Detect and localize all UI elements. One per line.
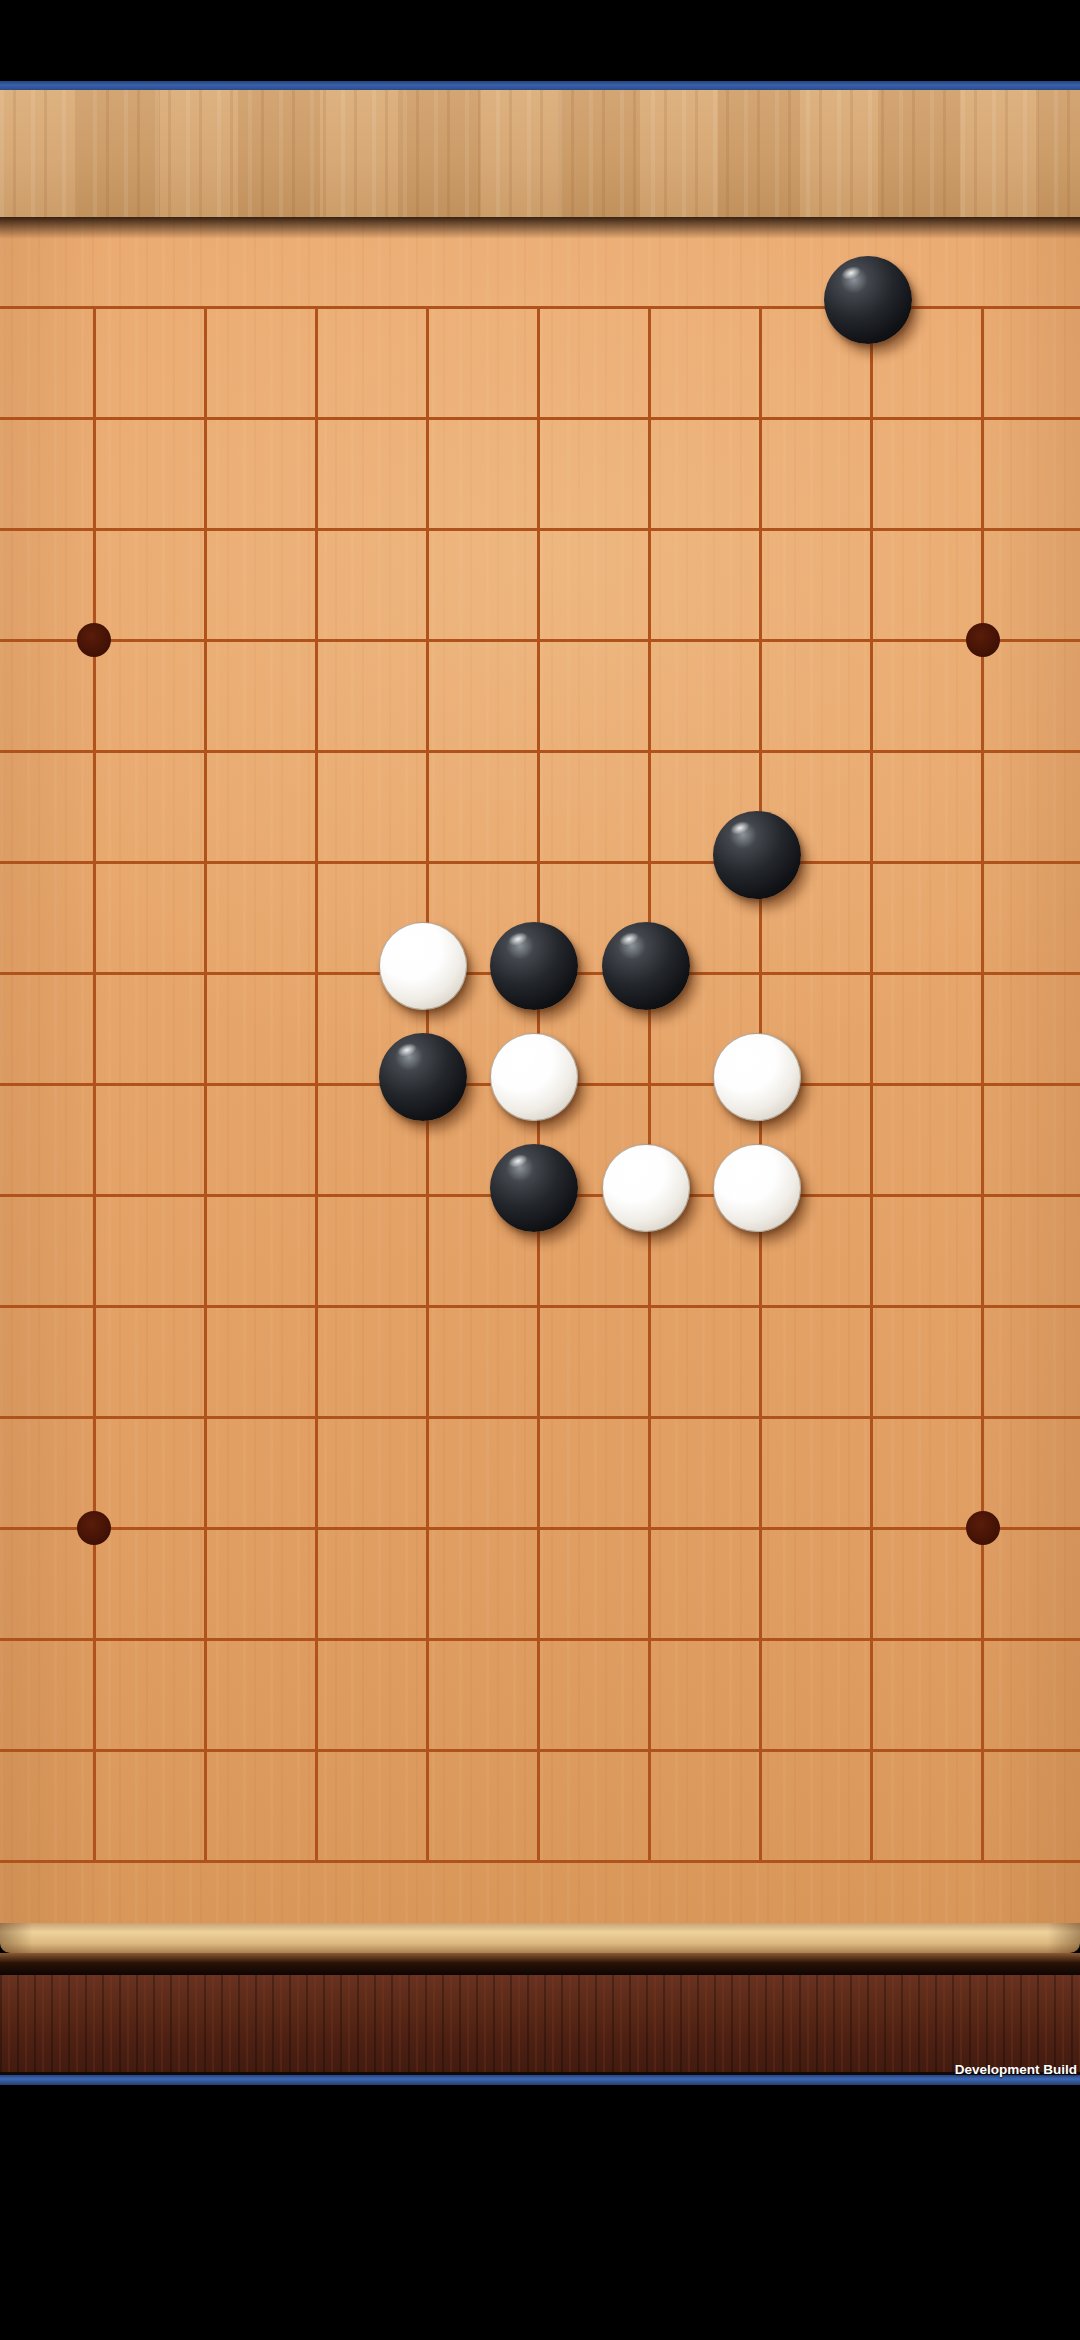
black-stone: ● <box>602 922 690 1010</box>
table-edge-top <box>0 90 1080 217</box>
black-stone: ● <box>713 811 801 899</box>
phone-screen: ●●●●●●○○○○○ Development Build <box>0 0 1080 2340</box>
black-stone: ● <box>824 256 912 344</box>
star-point <box>966 623 1000 657</box>
status-bar <box>0 0 1080 81</box>
white-stone: ○ <box>602 1144 690 1232</box>
top-accent-line <box>0 81 1080 90</box>
white-stone: ○ <box>713 1144 801 1232</box>
board-front-edge-shadow <box>0 1953 1080 1975</box>
board-front-edge-highlight <box>0 1923 1080 1953</box>
development-build-watermark: Development Build <box>955 2061 1077 2078</box>
star-point <box>77 623 111 657</box>
black-stone: ● <box>490 1144 578 1232</box>
android-nav-bar <box>0 2085 1080 2340</box>
bottom-accent-line <box>0 2075 1080 2085</box>
white-stone: ○ <box>379 922 467 1010</box>
black-stone: ● <box>379 1033 467 1121</box>
star-point <box>77 1511 111 1545</box>
gomoku-board[interactable]: ●●●●●●○○○○○ <box>0 217 1080 1923</box>
white-stone: ○ <box>490 1033 578 1121</box>
table-front-panel <box>0 1975 1080 2072</box>
star-point <box>966 1511 1000 1545</box>
black-stone: ● <box>490 922 578 1010</box>
white-stone: ○ <box>713 1033 801 1121</box>
